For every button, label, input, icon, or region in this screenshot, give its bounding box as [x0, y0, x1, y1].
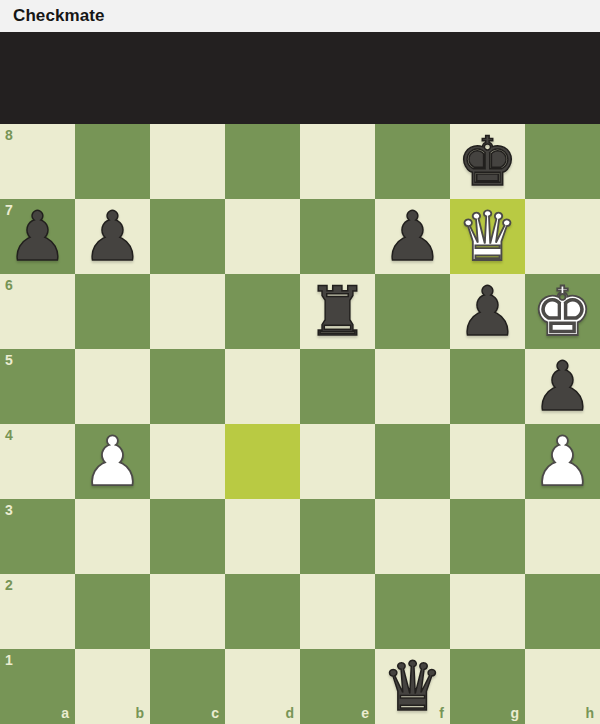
square-c5[interactable] — [150, 349, 225, 424]
file-label-a: a — [61, 706, 69, 720]
square-a7[interactable]: 7♟ — [0, 199, 75, 274]
white-king[interactable]: ♚ — [532, 274, 593, 349]
square-f1[interactable]: f♛ — [375, 649, 450, 724]
chess-app: Checkmate 8♚7♟♟♟♛6♜♟♚5♟4♟♟321abcdef♛gh — [0, 0, 600, 724]
square-b1[interactable]: b — [75, 649, 150, 724]
square-e8[interactable] — [300, 124, 375, 199]
square-g5[interactable] — [450, 349, 525, 424]
rank-label-1: 1 — [5, 653, 13, 667]
square-d8[interactable] — [225, 124, 300, 199]
square-d7[interactable] — [225, 199, 300, 274]
square-a4[interactable]: 4 — [0, 424, 75, 499]
black-king[interactable]: ♚ — [457, 124, 518, 199]
square-d1[interactable]: d — [225, 649, 300, 724]
square-f6[interactable] — [375, 274, 450, 349]
rank-label-5: 5 — [5, 353, 13, 367]
square-c4[interactable] — [150, 424, 225, 499]
chess-board: 8♚7♟♟♟♛6♜♟♚5♟4♟♟321abcdef♛gh — [0, 124, 600, 724]
game-status-title: Checkmate — [13, 6, 105, 26]
square-c8[interactable] — [150, 124, 225, 199]
rank-label-8: 8 — [5, 128, 13, 142]
square-d5[interactable] — [225, 349, 300, 424]
header-bar: Checkmate — [0, 0, 600, 32]
square-e4[interactable] — [300, 424, 375, 499]
square-h4[interactable]: ♟ — [525, 424, 600, 499]
square-f2[interactable] — [375, 574, 450, 649]
square-g6[interactable]: ♟ — [450, 274, 525, 349]
square-h7[interactable] — [525, 199, 600, 274]
square-h6[interactable]: ♚ — [525, 274, 600, 349]
square-c2[interactable] — [150, 574, 225, 649]
square-b2[interactable] — [75, 574, 150, 649]
black-rook[interactable]: ♜ — [307, 274, 368, 349]
square-e2[interactable] — [300, 574, 375, 649]
black-pawn[interactable]: ♟ — [7, 199, 68, 274]
square-f8[interactable] — [375, 124, 450, 199]
rank-label-4: 4 — [5, 428, 13, 442]
square-c7[interactable] — [150, 199, 225, 274]
square-b4[interactable]: ♟ — [75, 424, 150, 499]
square-a6[interactable]: 6 — [0, 274, 75, 349]
white-queen[interactable]: ♛ — [457, 199, 518, 274]
square-c6[interactable] — [150, 274, 225, 349]
square-b3[interactable] — [75, 499, 150, 574]
square-d6[interactable] — [225, 274, 300, 349]
square-a8[interactable]: 8 — [0, 124, 75, 199]
square-d4[interactable] — [225, 424, 300, 499]
black-pawn[interactable]: ♟ — [382, 199, 443, 274]
square-a5[interactable]: 5 — [0, 349, 75, 424]
black-pawn[interactable]: ♟ — [457, 274, 518, 349]
black-pawn[interactable]: ♟ — [82, 199, 143, 274]
rank-label-6: 6 — [5, 278, 13, 292]
square-g1[interactable]: g — [450, 649, 525, 724]
file-label-c: c — [211, 706, 219, 720]
square-g4[interactable] — [450, 424, 525, 499]
square-h5[interactable]: ♟ — [525, 349, 600, 424]
square-e7[interactable] — [300, 199, 375, 274]
square-h3[interactable] — [525, 499, 600, 574]
square-g2[interactable] — [450, 574, 525, 649]
square-d2[interactable] — [225, 574, 300, 649]
black-queen[interactable]: ♛ — [382, 649, 443, 724]
square-h1[interactable]: h — [525, 649, 600, 724]
square-g8[interactable]: ♚ — [450, 124, 525, 199]
square-a2[interactable]: 2 — [0, 574, 75, 649]
rank-label-3: 3 — [5, 503, 13, 517]
file-label-e: e — [361, 706, 369, 720]
square-a3[interactable]: 3 — [0, 499, 75, 574]
square-a1[interactable]: 1a — [0, 649, 75, 724]
file-label-g: g — [510, 706, 519, 720]
square-e5[interactable] — [300, 349, 375, 424]
square-f3[interactable] — [375, 499, 450, 574]
square-g3[interactable] — [450, 499, 525, 574]
rank-label-2: 2 — [5, 578, 13, 592]
square-d3[interactable] — [225, 499, 300, 574]
file-label-h: h — [585, 706, 594, 720]
square-e1[interactable]: e — [300, 649, 375, 724]
square-b6[interactable] — [75, 274, 150, 349]
square-e6[interactable]: ♜ — [300, 274, 375, 349]
square-h2[interactable] — [525, 574, 600, 649]
square-b8[interactable] — [75, 124, 150, 199]
white-pawn[interactable]: ♟ — [532, 424, 593, 499]
square-b7[interactable]: ♟ — [75, 199, 150, 274]
square-e3[interactable] — [300, 499, 375, 574]
square-b5[interactable] — [75, 349, 150, 424]
top-banner — [0, 32, 600, 124]
square-c3[interactable] — [150, 499, 225, 574]
square-g7[interactable]: ♛ — [450, 199, 525, 274]
square-f7[interactable]: ♟ — [375, 199, 450, 274]
square-c1[interactable]: c — [150, 649, 225, 724]
black-pawn[interactable]: ♟ — [532, 349, 593, 424]
file-label-b: b — [135, 706, 144, 720]
square-f5[interactable] — [375, 349, 450, 424]
square-h8[interactable] — [525, 124, 600, 199]
file-label-d: d — [285, 706, 294, 720]
white-pawn[interactable]: ♟ — [82, 424, 143, 499]
square-f4[interactable] — [375, 424, 450, 499]
